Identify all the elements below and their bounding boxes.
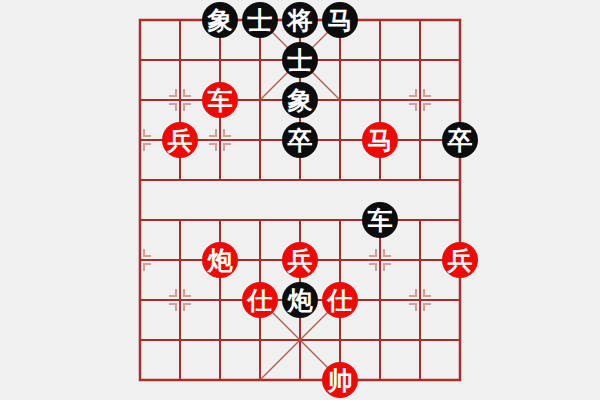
piece-black-horse[interactable]: 马 bbox=[322, 2, 358, 38]
piece-black-general[interactable]: 将 bbox=[282, 2, 318, 38]
piece-black-advisor[interactable]: 士 bbox=[242, 2, 278, 38]
piece-black-cannon[interactable]: 炮 bbox=[282, 282, 318, 318]
piece-red-advisor[interactable]: 仕 bbox=[322, 282, 358, 318]
piece-red-soldier[interactable]: 兵 bbox=[162, 122, 198, 158]
piece-black-advisor[interactable]: 士 bbox=[282, 42, 318, 78]
piece-red-horse[interactable]: 马 bbox=[362, 122, 398, 158]
piece-black-soldier[interactable]: 卒 bbox=[282, 122, 318, 158]
piece-black-elephant[interactable]: 象 bbox=[202, 2, 238, 38]
piece-red-general[interactable]: 帅 bbox=[322, 362, 358, 398]
piece-black-chariot[interactable]: 车 bbox=[362, 202, 398, 238]
piece-red-soldier[interactable]: 兵 bbox=[442, 242, 478, 278]
xiangqi-screenshot: 象士将马士车象兵卒马卒车炮兵兵仕炮仕帅 bbox=[0, 0, 600, 400]
piece-black-soldier[interactable]: 卒 bbox=[442, 122, 478, 158]
piece-red-cannon[interactable]: 炮 bbox=[202, 242, 238, 278]
piece-black-elephant[interactable]: 象 bbox=[282, 82, 318, 118]
piece-red-chariot[interactable]: 车 bbox=[202, 82, 238, 118]
piece-red-soldier[interactable]: 兵 bbox=[282, 242, 318, 278]
piece-layer: 象士将马士车象兵卒马卒车炮兵兵仕炮仕帅 bbox=[120, 0, 480, 400]
piece-red-advisor[interactable]: 仕 bbox=[242, 282, 278, 318]
